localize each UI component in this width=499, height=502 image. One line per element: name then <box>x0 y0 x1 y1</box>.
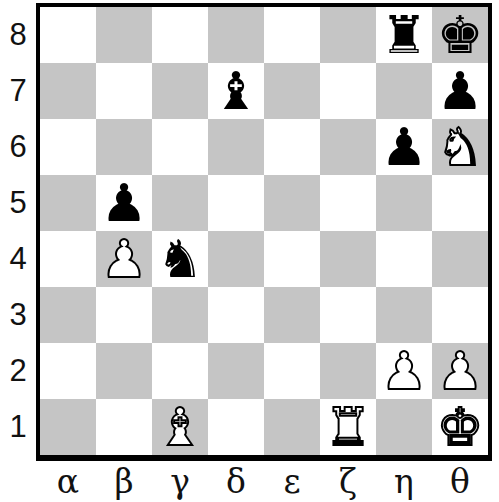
square-δ7[interactable]: ♝ <box>208 63 264 119</box>
square-θ5[interactable] <box>432 175 488 231</box>
white-pawn: ♟ <box>437 343 484 399</box>
square-γ2[interactable] <box>152 343 208 399</box>
rank-label-7: 7 <box>0 63 36 119</box>
white-pawn: ♟ <box>101 231 148 287</box>
square-ε5[interactable] <box>264 175 320 231</box>
file-label-β: β <box>96 461 152 502</box>
square-α7[interactable] <box>40 63 96 119</box>
file-label-ε: ε <box>264 461 320 502</box>
square-δ2[interactable] <box>208 343 264 399</box>
square-α2[interactable] <box>40 343 96 399</box>
square-γ1[interactable]: ♝ <box>152 399 208 455</box>
square-α3[interactable] <box>40 287 96 343</box>
square-δ5[interactable] <box>208 175 264 231</box>
square-β1[interactable] <box>96 399 152 455</box>
square-δ1[interactable] <box>208 399 264 455</box>
square-γ3[interactable] <box>152 287 208 343</box>
square-ζ2[interactable] <box>320 343 376 399</box>
square-β5[interactable]: ♟ <box>96 175 152 231</box>
file-label-δ: δ <box>208 461 264 502</box>
square-γ6[interactable] <box>152 119 208 175</box>
square-α5[interactable] <box>40 175 96 231</box>
white-knight: ♞ <box>437 119 484 175</box>
square-α1[interactable] <box>40 399 96 455</box>
square-γ8[interactable] <box>152 7 208 63</box>
square-δ3[interactable] <box>208 287 264 343</box>
square-α8[interactable] <box>40 7 96 63</box>
file-label-α: α <box>40 461 96 502</box>
rank-label-3: 3 <box>0 287 36 343</box>
square-ζ3[interactable] <box>320 287 376 343</box>
square-ζ1[interactable]: ♜ <box>320 399 376 455</box>
square-ε7[interactable] <box>264 63 320 119</box>
rank-labels: 87654321 <box>0 7 36 455</box>
square-η4[interactable] <box>376 231 432 287</box>
square-θ2[interactable]: ♟ <box>432 343 488 399</box>
black-pawn: ♟ <box>381 119 428 175</box>
square-θ7[interactable]: ♟ <box>432 63 488 119</box>
square-θ8[interactable]: ♚ <box>432 7 488 63</box>
square-η2[interactable]: ♟ <box>376 343 432 399</box>
white-pawn: ♟ <box>381 343 428 399</box>
white-king: ♚ <box>437 399 484 455</box>
square-ζ7[interactable] <box>320 63 376 119</box>
file-label-η: η <box>376 461 432 502</box>
square-δ6[interactable] <box>208 119 264 175</box>
square-β8[interactable] <box>96 7 152 63</box>
square-γ4[interactable]: ♞ <box>152 231 208 287</box>
square-η1[interactable] <box>376 399 432 455</box>
square-θ3[interactable] <box>432 287 488 343</box>
black-pawn: ♟ <box>101 175 148 231</box>
square-γ5[interactable] <box>152 175 208 231</box>
file-label-γ: γ <box>152 461 208 502</box>
square-β4[interactable]: ♟ <box>96 231 152 287</box>
square-ζ4[interactable] <box>320 231 376 287</box>
black-pawn: ♟ <box>437 63 484 119</box>
chess-board-diagram: 87654321 ♜♚♝♟♟♞♟♟♞♟♟♝♜♚ αβγδεζηθ <box>0 0 499 502</box>
rank-label-4: 4 <box>0 231 36 287</box>
rank-label-8: 8 <box>0 7 36 63</box>
square-ε1[interactable] <box>264 399 320 455</box>
square-θ4[interactable] <box>432 231 488 287</box>
square-β7[interactable] <box>96 63 152 119</box>
file-label-ζ: ζ <box>320 461 376 502</box>
black-knight: ♞ <box>157 231 204 287</box>
rank-label-5: 5 <box>0 175 36 231</box>
black-king: ♚ <box>437 7 484 63</box>
rank-label-6: 6 <box>0 119 36 175</box>
square-α4[interactable] <box>40 231 96 287</box>
square-ε8[interactable] <box>264 7 320 63</box>
square-ε4[interactable] <box>264 231 320 287</box>
black-bishop: ♝ <box>213 63 260 119</box>
square-θ1[interactable]: ♚ <box>432 399 488 455</box>
chess-board: ♜♚♝♟♟♞♟♟♞♟♟♝♜♚ <box>36 3 492 461</box>
square-η6[interactable]: ♟ <box>376 119 432 175</box>
square-ε6[interactable] <box>264 119 320 175</box>
square-ε2[interactable] <box>264 343 320 399</box>
square-ζ5[interactable] <box>320 175 376 231</box>
white-rook: ♜ <box>325 399 372 455</box>
file-labels: αβγδεζηθ <box>40 461 488 502</box>
square-η7[interactable] <box>376 63 432 119</box>
square-ζ6[interactable] <box>320 119 376 175</box>
square-γ7[interactable] <box>152 63 208 119</box>
square-η5[interactable] <box>376 175 432 231</box>
square-β3[interactable] <box>96 287 152 343</box>
rank-label-2: 2 <box>0 343 36 399</box>
square-ζ8[interactable] <box>320 7 376 63</box>
black-rook: ♜ <box>381 7 428 63</box>
square-θ6[interactable]: ♞ <box>432 119 488 175</box>
square-δ8[interactable] <box>208 7 264 63</box>
square-β2[interactable] <box>96 343 152 399</box>
square-β6[interactable] <box>96 119 152 175</box>
square-δ4[interactable] <box>208 231 264 287</box>
square-α6[interactable] <box>40 119 96 175</box>
square-η8[interactable]: ♜ <box>376 7 432 63</box>
square-ε3[interactable] <box>264 287 320 343</box>
square-η3[interactable] <box>376 287 432 343</box>
file-label-θ: θ <box>432 461 488 502</box>
rank-label-1: 1 <box>0 399 36 455</box>
white-bishop: ♝ <box>157 399 204 455</box>
